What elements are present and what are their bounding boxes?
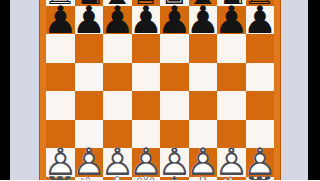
square-d3[interactable] — [132, 120, 161, 149]
white-king-piece: ♚♔ — [160, 177, 189, 181]
square-a7[interactable]: ♟ — [46, 6, 75, 35]
white-rook-piece: ♜♖ — [246, 177, 275, 181]
square-d7[interactable]: ♟ — [132, 6, 161, 35]
black-pawn-piece: ♟ — [246, 6, 275, 35]
square-b4[interactable] — [75, 91, 104, 120]
white-knight-piece: ♞♘ — [75, 177, 104, 181]
square-d2[interactable]: ♟♙ — [132, 148, 161, 177]
square-f1[interactable]: ♝♗ — [189, 177, 218, 181]
square-h6[interactable] — [246, 34, 275, 63]
square-g5[interactable] — [217, 63, 246, 92]
square-e3[interactable] — [160, 120, 189, 149]
square-b5[interactable] — [75, 63, 104, 92]
white-pawn-piece: ♟♙ — [46, 148, 75, 177]
white-pawn-piece: ♟♙ — [189, 148, 218, 177]
square-c6[interactable] — [103, 34, 132, 63]
white-pawn-piece: ♟♙ — [132, 148, 161, 177]
black-pawn-piece: ♟ — [75, 6, 104, 35]
square-a2[interactable]: ♟♙ — [46, 148, 75, 177]
square-g2[interactable]: ♟♙ — [217, 148, 246, 177]
square-c3[interactable] — [103, 120, 132, 149]
square-e5[interactable] — [160, 63, 189, 92]
black-pawn-piece: ♟ — [103, 6, 132, 35]
black-pawn-piece: ♟ — [160, 6, 189, 35]
square-e4[interactable] — [160, 91, 189, 120]
white-queen-piece: ♛♕ — [132, 177, 161, 181]
square-e2[interactable]: ♟♙ — [160, 148, 189, 177]
square-h2[interactable]: ♟♙ — [246, 148, 275, 177]
chess-board: ♜♞♝♛♚♝♞♜♟♟♟♟♟♟♟♟♟♙♟♙♟♙♟♙♟♙♟♙♟♙♟♙♜♖♞♘♝♗♛♕… — [40, 0, 280, 180]
square-f4[interactable] — [189, 91, 218, 120]
square-b2[interactable]: ♟♙ — [75, 148, 104, 177]
square-b6[interactable] — [75, 34, 104, 63]
square-h5[interactable] — [246, 63, 275, 92]
white-pawn-piece: ♟♙ — [160, 148, 189, 177]
square-f6[interactable] — [189, 34, 218, 63]
square-d6[interactable] — [132, 34, 161, 63]
square-d1[interactable]: ♛♕ — [132, 177, 161, 181]
square-h7[interactable]: ♟ — [246, 6, 275, 35]
square-g6[interactable] — [217, 34, 246, 63]
black-pawn-piece: ♟ — [132, 6, 161, 35]
square-d4[interactable] — [132, 91, 161, 120]
square-a5[interactable] — [46, 63, 75, 92]
square-c1[interactable]: ♝♗ — [103, 177, 132, 181]
square-a4[interactable] — [46, 91, 75, 120]
square-e6[interactable] — [160, 34, 189, 63]
app-background: ♜♞♝♛♚♝♞♜♟♟♟♟♟♟♟♟♟♙♟♙♟♙♟♙♟♙♟♙♟♙♟♙♜♖♞♘♝♗♛♕… — [10, 0, 308, 180]
black-pawn-piece: ♟ — [46, 6, 75, 35]
letterbox-right — [308, 0, 320, 180]
square-c2[interactable]: ♟♙ — [103, 148, 132, 177]
square-c7[interactable]: ♟ — [103, 6, 132, 35]
square-h3[interactable] — [246, 120, 275, 149]
board-grid: ♜♞♝♛♚♝♞♜♟♟♟♟♟♟♟♟♟♙♟♙♟♙♟♙♟♙♟♙♟♙♟♙♜♖♞♘♝♗♛♕… — [46, 0, 274, 180]
white-bishop-piece: ♝♗ — [103, 177, 132, 181]
square-a3[interactable] — [46, 120, 75, 149]
square-f3[interactable] — [189, 120, 218, 149]
square-a1[interactable]: ♜♖ — [46, 177, 75, 181]
square-h4[interactable] — [246, 91, 275, 120]
square-c4[interactable] — [103, 91, 132, 120]
square-b7[interactable]: ♟ — [75, 6, 104, 35]
square-a6[interactable] — [46, 34, 75, 63]
white-knight-piece: ♞♘ — [217, 177, 246, 181]
square-g4[interactable] — [217, 91, 246, 120]
square-c5[interactable] — [103, 63, 132, 92]
square-b1[interactable]: ♞♘ — [75, 177, 104, 181]
white-pawn-piece: ♟♙ — [246, 148, 275, 177]
white-pawn-piece: ♟♙ — [75, 148, 104, 177]
square-b3[interactable] — [75, 120, 104, 149]
square-g7[interactable]: ♟ — [217, 6, 246, 35]
white-rook-piece: ♜♖ — [46, 177, 75, 181]
square-g3[interactable] — [217, 120, 246, 149]
square-e1[interactable]: ♚♔ — [160, 177, 189, 181]
square-f7[interactable]: ♟ — [189, 6, 218, 35]
white-pawn-piece: ♟♙ — [217, 148, 246, 177]
black-pawn-piece: ♟ — [189, 6, 218, 35]
white-bishop-piece: ♝♗ — [189, 177, 218, 181]
square-g1[interactable]: ♞♘ — [217, 177, 246, 181]
square-h1[interactable]: ♜♖ — [246, 177, 275, 181]
square-d5[interactable] — [132, 63, 161, 92]
letterbox-left — [0, 0, 10, 180]
square-f2[interactable]: ♟♙ — [189, 148, 218, 177]
white-pawn-piece: ♟♙ — [103, 148, 132, 177]
black-pawn-piece: ♟ — [217, 6, 246, 35]
video-frame: ♜♞♝♛♚♝♞♜♟♟♟♟♟♟♟♟♟♙♟♙♟♙♟♙♟♙♟♙♟♙♟♙♜♖♞♘♝♗♛♕… — [0, 0, 320, 180]
square-f5[interactable] — [189, 63, 218, 92]
square-e7[interactable]: ♟ — [160, 6, 189, 35]
